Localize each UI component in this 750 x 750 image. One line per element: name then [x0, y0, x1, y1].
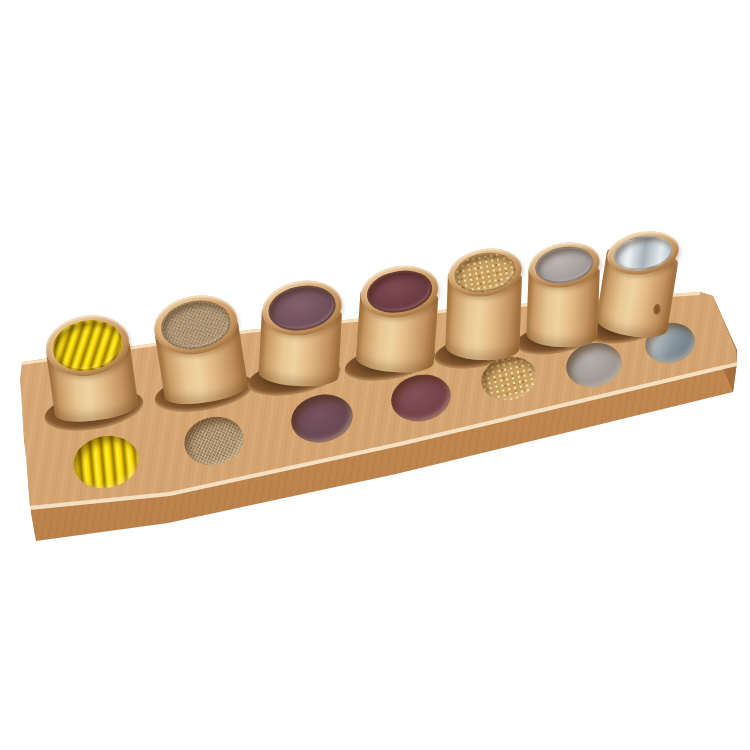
- cylinder-corrugated-yellow[interactable]: [42, 310, 140, 426]
- cylinder-sandpaper-plum[interactable]: [258, 279, 343, 388]
- cylinder-cork-natural[interactable]: [445, 248, 523, 362]
- cylinder-burlap-tan[interactable]: [150, 290, 250, 409]
- scene: [0, 0, 750, 750]
- wood-knot: [653, 303, 662, 315]
- cylinder-leather-maroon[interactable]: [355, 264, 440, 375]
- cylinder-rubber-grey[interactable]: [526, 242, 601, 348]
